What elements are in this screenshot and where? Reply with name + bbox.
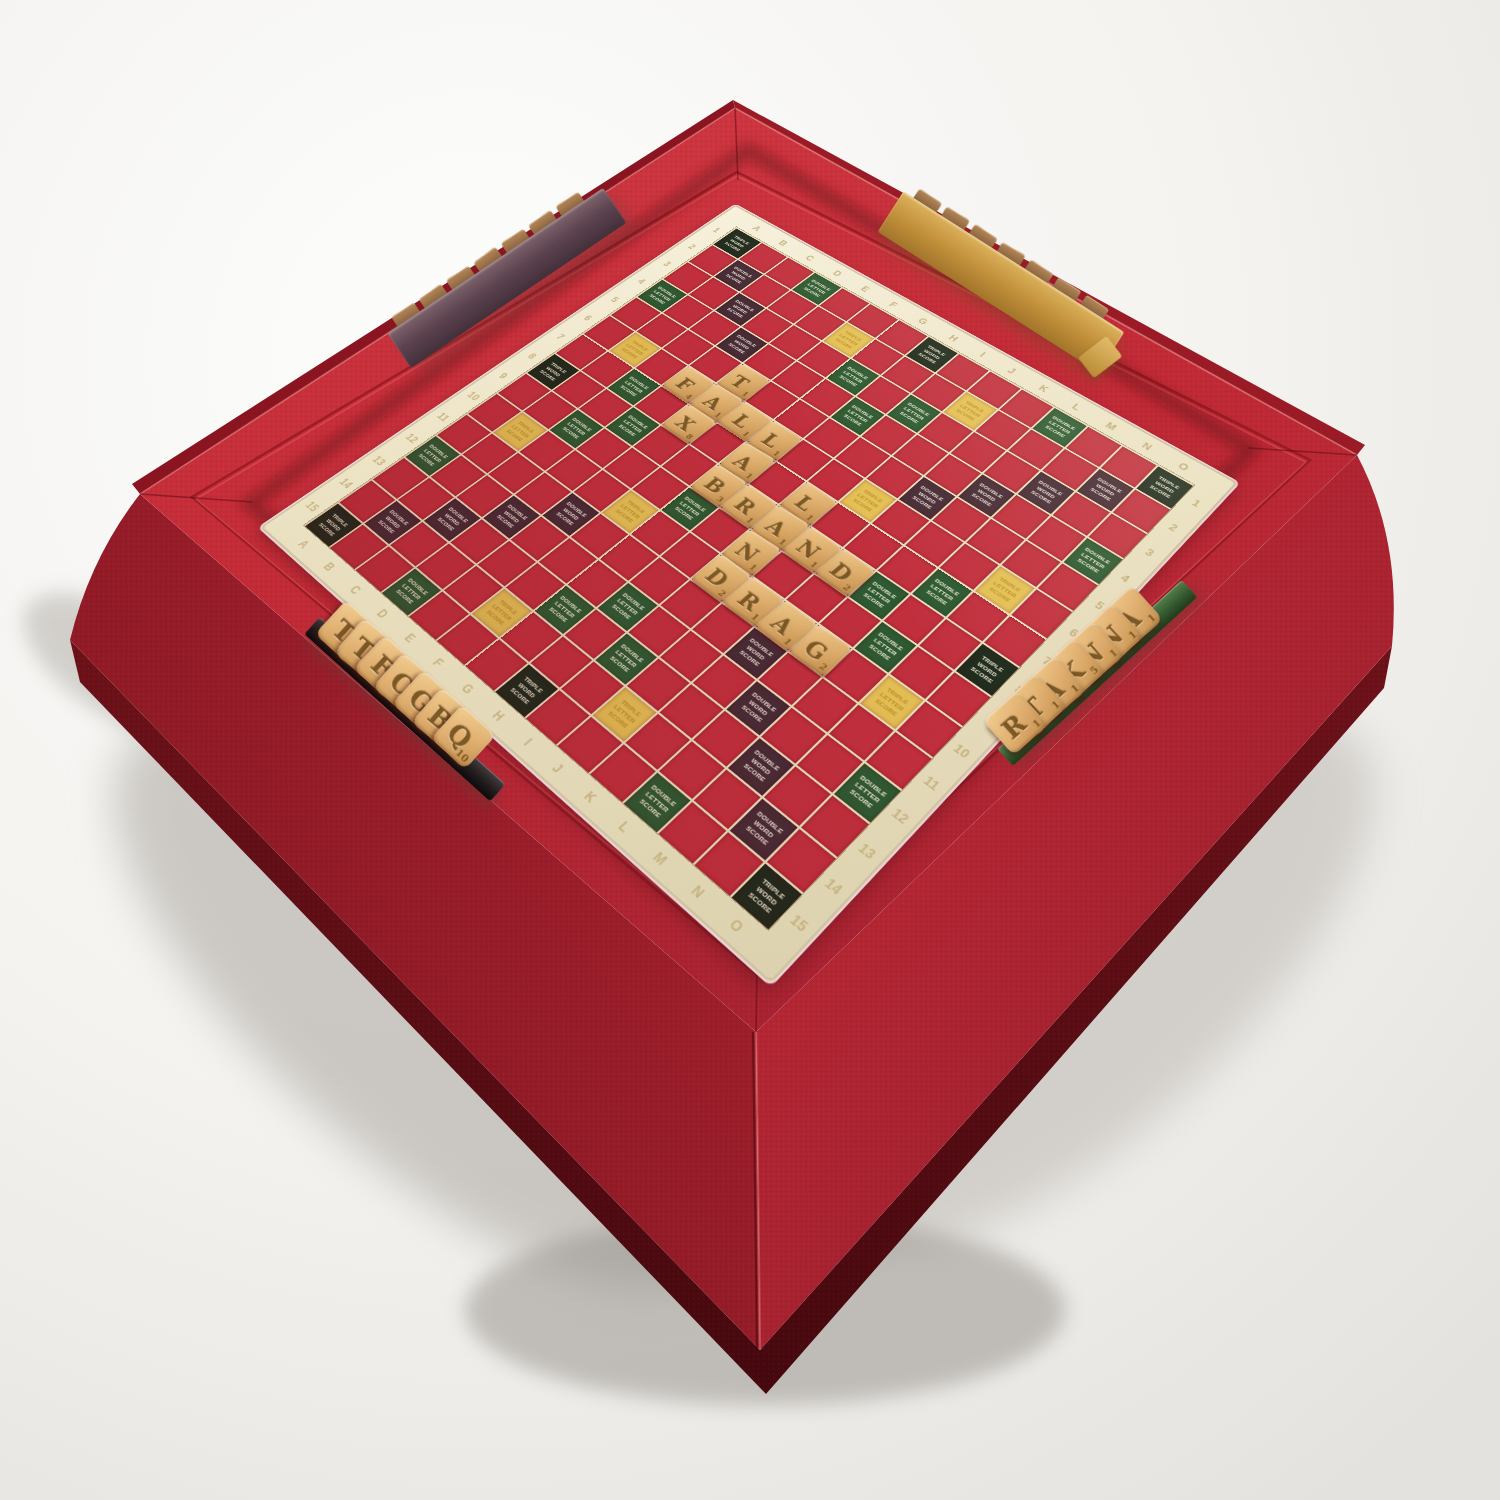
coord-row-8: 8 — [525, 352, 538, 361]
coord-row-2: 2 — [686, 243, 698, 251]
coord-col-M: M — [1103, 420, 1119, 432]
coord-row-5: 5 — [608, 295, 621, 304]
coord-row-4: 4 — [635, 277, 648, 285]
coord-col-C: C — [803, 254, 816, 263]
coord-col-N: N — [1140, 440, 1155, 452]
coord-col-M: M — [650, 849, 671, 868]
coord-col-I: I — [978, 350, 988, 358]
coord-row-7: 7 — [554, 332, 567, 341]
coord-col-J: J — [549, 760, 566, 775]
coord-row-14: 14 — [337, 476, 356, 490]
coord-row-10: 10 — [950, 742, 972, 762]
coord-col-O: O — [1176, 461, 1192, 473]
coord-col-O: O — [726, 916, 747, 936]
coord-row-12: 12 — [888, 806, 911, 827]
coord-row-12: 12 — [402, 432, 420, 445]
coord-col-N: N — [688, 882, 708, 901]
coord-col-D: D — [831, 269, 845, 278]
coord-col-F: F — [887, 300, 900, 309]
coord-col-L: L — [1070, 402, 1083, 412]
coord-col-L: L — [615, 819, 633, 836]
coord-col-B: B — [776, 239, 789, 248]
coord-row-3: 3 — [661, 260, 673, 268]
coord-row-1: 1 — [1189, 498, 1203, 509]
coord-row-6: 6 — [581, 314, 594, 323]
coord-row-15: 15 — [303, 499, 322, 513]
coord-col-B: B — [321, 560, 338, 573]
coord-row-13: 13 — [370, 454, 389, 468]
coord-col-J: J — [1005, 366, 1018, 376]
coord-col-K: K — [1036, 383, 1050, 394]
coord-col-A: A — [750, 224, 763, 232]
coord-row-11: 11 — [434, 411, 452, 424]
coord-row-15: 15 — [787, 912, 811, 935]
coord-row-11: 11 — [920, 774, 942, 794]
coord-row-13: 13 — [855, 840, 878, 862]
coord-row-9: 9 — [496, 371, 510, 380]
coord-col-H: H — [947, 333, 961, 343]
coord-col-K: K — [581, 788, 600, 805]
coord-col-E: E — [859, 284, 872, 293]
coord-row-2: 2 — [1166, 522, 1180, 534]
coord-col-G: G — [916, 316, 930, 326]
coord-col-A: A — [295, 538, 312, 551]
coord-row-1: 1 — [710, 226, 722, 234]
coord-row-10: 10 — [464, 390, 482, 403]
coord-row-14: 14 — [822, 875, 846, 897]
scrabble-set-scene: ABCDEFGHIJKLMNO ABCDEFGHIJKLMNO 12345678… — [0, 0, 1500, 1500]
